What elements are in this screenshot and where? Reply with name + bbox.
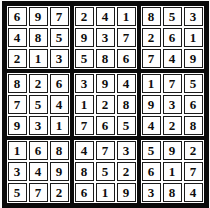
cell-r5c7[interactable]: 9 [142, 95, 161, 114]
cell-r6c9[interactable]: 8 [184, 116, 203, 135]
box-7: 168349572 [5, 138, 72, 205]
box-8: 473852619 [72, 138, 139, 205]
cell-r2c2[interactable]: 8 [29, 28, 48, 47]
cell-r1c5[interactable]: 4 [96, 7, 115, 26]
cell-r9c9[interactable]: 4 [184, 183, 203, 202]
cell-r5c2[interactable]: 5 [29, 95, 48, 114]
cell-r5c1[interactable]: 7 [8, 95, 27, 114]
cell-r2c4[interactable]: 9 [75, 28, 94, 47]
cell-r6c1[interactable]: 9 [8, 116, 27, 135]
cell-r3c9[interactable]: 9 [184, 49, 203, 68]
cell-r7c6[interactable]: 3 [117, 141, 136, 160]
box-3: 853261749 [139, 4, 206, 71]
cell-r8c9[interactable]: 7 [184, 162, 203, 181]
box-1: 697485213 [5, 4, 72, 71]
cell-r8c3[interactable]: 9 [50, 162, 69, 181]
cell-r3c4[interactable]: 5 [75, 49, 94, 68]
box-4: 826754931 [5, 71, 72, 138]
cell-r4c7[interactable]: 1 [142, 74, 161, 93]
cell-r4c8[interactable]: 7 [163, 74, 182, 93]
cell-r8c2[interactable]: 4 [29, 162, 48, 181]
cell-r9c3[interactable]: 2 [50, 183, 69, 202]
cell-r8c1[interactable]: 3 [8, 162, 27, 181]
cell-r4c9[interactable]: 5 [184, 74, 203, 93]
cell-r1c2[interactable]: 9 [29, 7, 48, 26]
cell-r7c7[interactable]: 5 [142, 141, 161, 160]
cell-r8c4[interactable]: 8 [75, 162, 94, 181]
cell-r9c7[interactable]: 3 [142, 183, 161, 202]
cell-r2c6[interactable]: 7 [117, 28, 136, 47]
cell-r8c7[interactable]: 6 [142, 162, 161, 181]
cell-r6c7[interactable]: 4 [142, 116, 161, 135]
cell-r1c8[interactable]: 5 [163, 7, 182, 26]
cell-r4c6[interactable]: 4 [117, 74, 136, 93]
cell-r1c7[interactable]: 8 [142, 7, 161, 26]
cell-r4c1[interactable]: 8 [8, 74, 27, 93]
cell-r7c8[interactable]: 9 [163, 141, 182, 160]
cell-r5c3[interactable]: 4 [50, 95, 69, 114]
box-5: 394128765 [72, 71, 139, 138]
cell-r8c8[interactable]: 1 [163, 162, 182, 181]
cell-r3c5[interactable]: 8 [96, 49, 115, 68]
cell-r5c6[interactable]: 8 [117, 95, 136, 114]
cell-r9c6[interactable]: 9 [117, 183, 136, 202]
cell-r6c8[interactable]: 2 [163, 116, 182, 135]
cell-r8c6[interactable]: 2 [117, 162, 136, 181]
cell-r9c1[interactable]: 5 [8, 183, 27, 202]
cell-r7c1[interactable]: 1 [8, 141, 27, 160]
cell-r6c4[interactable]: 7 [75, 116, 94, 135]
cell-r9c4[interactable]: 6 [75, 183, 94, 202]
cell-r9c8[interactable]: 8 [163, 183, 182, 202]
cell-r1c6[interactable]: 1 [117, 7, 136, 26]
cell-r4c3[interactable]: 6 [50, 74, 69, 93]
cell-r7c5[interactable]: 7 [96, 141, 115, 160]
cell-r2c3[interactable]: 5 [50, 28, 69, 47]
cell-r5c4[interactable]: 1 [75, 95, 94, 114]
cell-r7c3[interactable]: 8 [50, 141, 69, 160]
cell-r7c2[interactable]: 6 [29, 141, 48, 160]
cell-r2c1[interactable]: 4 [8, 28, 27, 47]
cell-r3c1[interactable]: 2 [8, 49, 27, 68]
cell-r7c9[interactable]: 2 [184, 141, 203, 160]
cell-r8c5[interactable]: 5 [96, 162, 115, 181]
cell-r4c2[interactable]: 2 [29, 74, 48, 93]
box-9: 592617384 [139, 138, 206, 205]
cell-r3c7[interactable]: 7 [142, 49, 161, 68]
cell-r6c6[interactable]: 5 [117, 116, 136, 135]
cell-r5c9[interactable]: 6 [184, 95, 203, 114]
cell-r7c4[interactable]: 4 [75, 141, 94, 160]
cell-r5c5[interactable]: 2 [96, 95, 115, 114]
cell-r1c1[interactable]: 6 [8, 7, 27, 26]
cell-r9c5[interactable]: 1 [96, 183, 115, 202]
cell-r1c3[interactable]: 7 [50, 7, 69, 26]
cell-r9c2[interactable]: 7 [29, 183, 48, 202]
box-6: 175936428 [139, 71, 206, 138]
cell-r5c8[interactable]: 3 [163, 95, 182, 114]
cell-r2c7[interactable]: 2 [142, 28, 161, 47]
cell-r1c9[interactable]: 3 [184, 7, 203, 26]
cell-r4c4[interactable]: 3 [75, 74, 94, 93]
sudoku-board: 6974852132419375868532617498267549313941… [2, 1, 209, 208]
cell-r2c9[interactable]: 1 [184, 28, 203, 47]
page: 6974852132419375868532617498267549313941… [0, 0, 210, 208]
cell-r2c5[interactable]: 3 [96, 28, 115, 47]
cell-r3c2[interactable]: 1 [29, 49, 48, 68]
cell-r6c2[interactable]: 3 [29, 116, 48, 135]
cell-r2c8[interactable]: 6 [163, 28, 182, 47]
cell-r6c3[interactable]: 1 [50, 116, 69, 135]
cell-r3c3[interactable]: 3 [50, 49, 69, 68]
cell-r1c4[interactable]: 2 [75, 7, 94, 26]
cell-r3c8[interactable]: 4 [163, 49, 182, 68]
cell-r3c6[interactable]: 6 [117, 49, 136, 68]
cell-r4c5[interactable]: 9 [96, 74, 115, 93]
box-2: 241937586 [72, 4, 139, 71]
cell-r6c5[interactable]: 6 [96, 116, 115, 135]
